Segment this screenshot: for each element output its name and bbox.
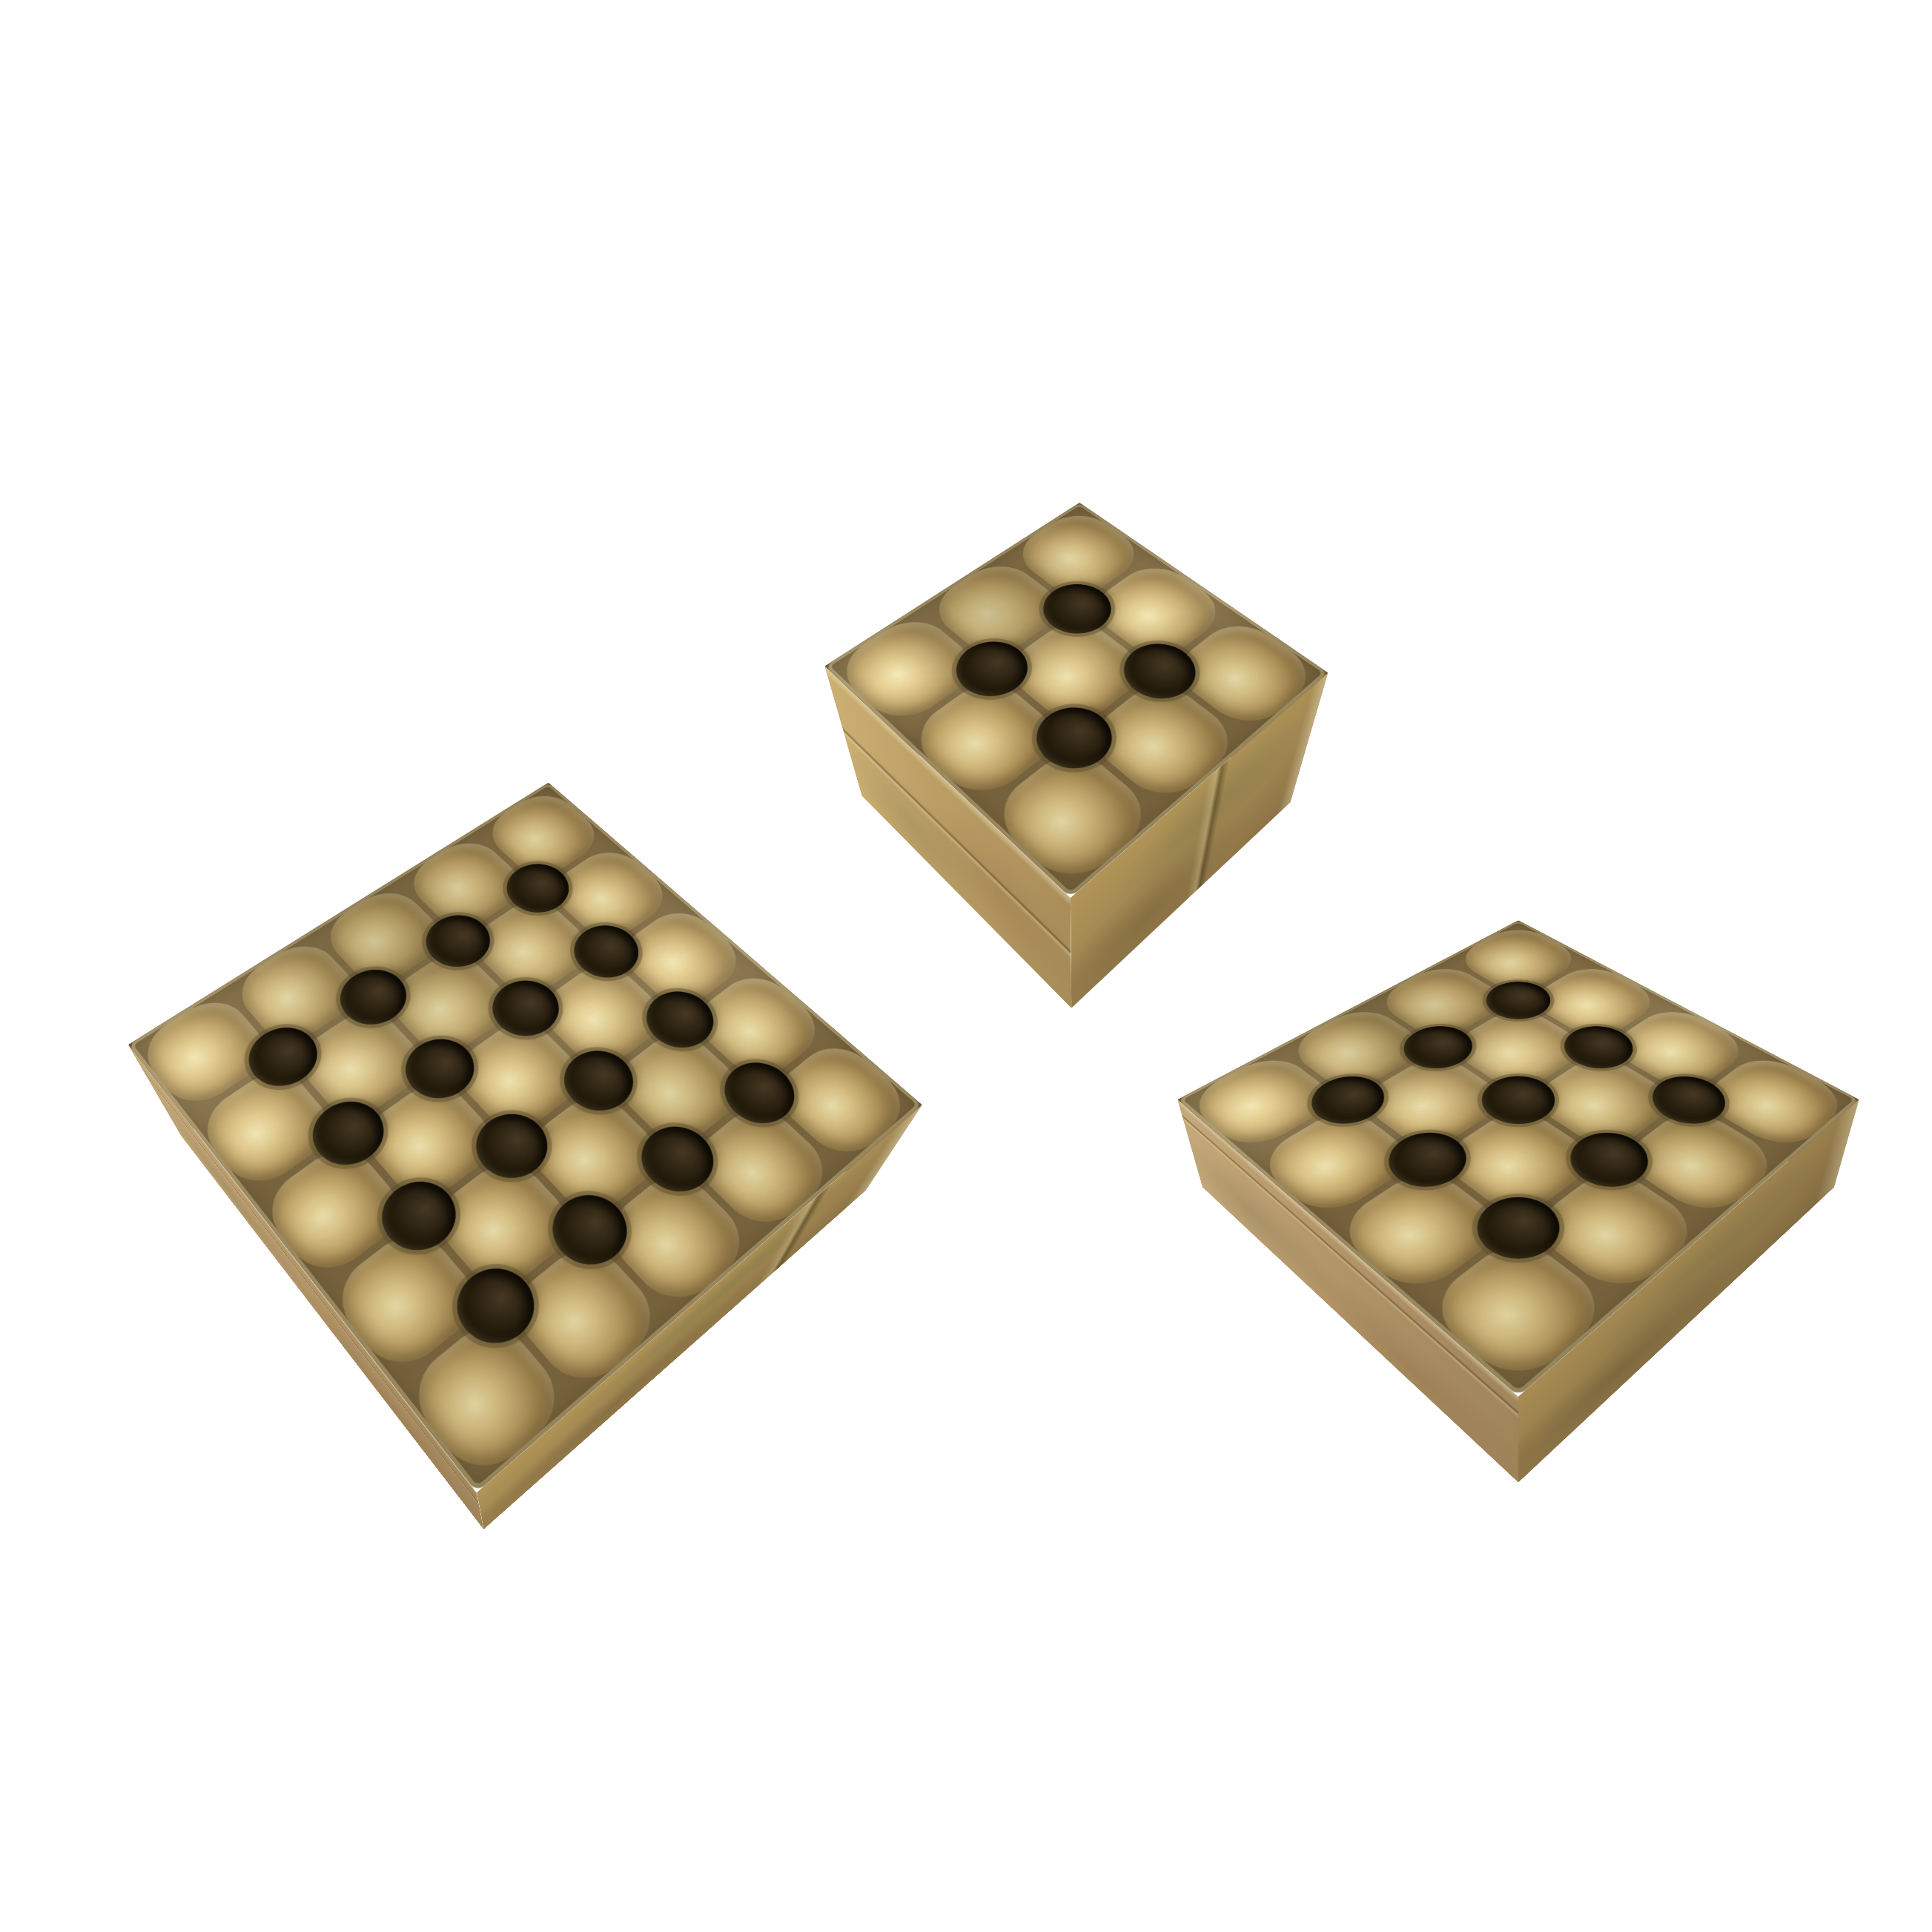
ash-hole (1473, 974, 1564, 1028)
ash-hole (1029, 575, 1125, 644)
hole-cell (1518, 1099, 1700, 1227)
hole-cell (267, 1062, 429, 1208)
ash-hole (1467, 1067, 1569, 1134)
hole-cell (595, 1086, 761, 1236)
ash-hole (562, 916, 652, 988)
ash-hole (1550, 1018, 1647, 1077)
waffle-bump (325, 1220, 489, 1380)
ashtray-medium-lid (1177, 920, 1859, 1397)
hole-cell (334, 1139, 504, 1297)
hole-cell (1337, 1099, 1518, 1227)
ash-hole (551, 1039, 646, 1122)
ash-hole (627, 1114, 727, 1204)
hole-cell (1421, 1159, 1615, 1305)
ash-hole (463, 1102, 561, 1191)
ash-hole (1390, 1018, 1486, 1077)
ash-hole (300, 1090, 397, 1177)
ashtray-medium-body (1177, 920, 1859, 1397)
ash-hole (414, 906, 502, 977)
waffle-bump (425, 1151, 584, 1300)
ashtray-small (898, 492, 1254, 847)
waffle-bump (1433, 1103, 1604, 1223)
waffle-bump (517, 1085, 672, 1224)
hole-cell (430, 1074, 595, 1223)
ashtray-large-body (128, 783, 922, 1493)
ash-hole (236, 1016, 330, 1097)
ash-hole (1373, 1122, 1482, 1199)
ash-hole (393, 1028, 488, 1111)
ash-hole (1638, 1067, 1740, 1134)
ash-hole (480, 970, 572, 1048)
ash-hole (1021, 695, 1127, 781)
ash-hole (1460, 1185, 1576, 1273)
ashtray-small-lid (825, 503, 1329, 898)
hole-cell (986, 669, 1163, 813)
ash-hole (1109, 633, 1210, 710)
ashtray-large-lid (128, 783, 922, 1493)
ash-hole (538, 1182, 641, 1279)
ash-hole (494, 855, 580, 922)
photo-canvas (0, 0, 1932, 1932)
ashtray-medium (1277, 859, 1759, 1340)
ash-hole (1297, 1067, 1399, 1134)
hole-cell (407, 1223, 585, 1395)
ash-hole (942, 631, 1042, 708)
ashtray-small-body (825, 503, 1329, 898)
ash-hole (633, 981, 727, 1059)
ashtray-large (237, 793, 801, 1356)
ash-hole (368, 1169, 469, 1264)
waffle-bump (354, 1073, 506, 1210)
ash-hole (711, 1051, 808, 1135)
ash-hole (328, 959, 419, 1036)
ash-hole-grid (205, 833, 841, 1395)
hole-cell (504, 1152, 676, 1313)
ash-hole (1555, 1122, 1664, 1199)
ash-hole (443, 1254, 549, 1358)
